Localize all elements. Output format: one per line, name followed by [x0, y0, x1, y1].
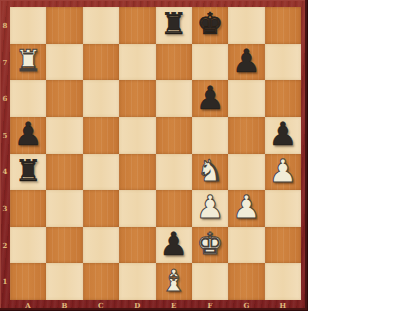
- file-label-a: A: [10, 300, 46, 311]
- white-rook-a7[interactable]: ♜: [15, 46, 42, 76]
- square-f7[interactable]: [192, 44, 228, 81]
- white-bishop-e1[interactable]: ♝: [160, 266, 187, 296]
- square-d5[interactable]: [119, 117, 155, 154]
- rank-label-7: 7: [0, 44, 10, 81]
- white-pawn-h4[interactable]: ♟: [268, 155, 297, 187]
- square-c3[interactable]: [83, 190, 119, 227]
- square-h1[interactable]: [265, 263, 301, 300]
- chessboard: ♜♚♜♟♟♟♟♜♞♟♟♟♟♚♝: [10, 7, 301, 300]
- rank-label-8: 8: [0, 7, 10, 44]
- black-rook-e8[interactable]: ♜: [160, 9, 187, 39]
- black-pawn-h5[interactable]: ♟: [268, 118, 297, 150]
- square-g8[interactable]: [228, 7, 264, 44]
- white-pawn-g3[interactable]: ♟: [232, 191, 261, 223]
- rank-label-4: 4: [0, 153, 10, 190]
- square-e8[interactable]: ♜: [156, 7, 192, 44]
- square-b1[interactable]: [46, 263, 82, 300]
- square-a1[interactable]: [10, 263, 46, 300]
- file-label-c: C: [83, 300, 119, 311]
- square-e3[interactable]: [156, 190, 192, 227]
- square-f1[interactable]: [192, 263, 228, 300]
- page: ♜♚♜♟♟♟♟♜♞♟♟♟♟♚♝ 87654321 ABCDEFGH: [0, 0, 414, 311]
- black-pawn-g7[interactable]: ♟: [232, 45, 261, 77]
- rank-label-6: 6: [0, 80, 10, 117]
- rank-label-2: 2: [0, 227, 10, 264]
- square-c8[interactable]: [83, 7, 119, 44]
- square-h2[interactable]: [265, 227, 301, 264]
- file-label-f: F: [192, 300, 228, 311]
- file-label-h: H: [265, 300, 301, 311]
- square-f2[interactable]: ♚: [192, 227, 228, 264]
- black-pawn-a5[interactable]: ♟: [14, 118, 43, 150]
- square-h7[interactable]: [265, 44, 301, 81]
- black-king-f8[interactable]: ♚: [197, 9, 224, 39]
- square-d3[interactable]: [119, 190, 155, 227]
- square-f3[interactable]: ♟: [192, 190, 228, 227]
- square-e1[interactable]: ♝: [156, 263, 192, 300]
- square-e6[interactable]: [156, 80, 192, 117]
- square-b4[interactable]: [46, 154, 82, 191]
- square-b7[interactable]: [46, 44, 82, 81]
- square-h3[interactable]: [265, 190, 301, 227]
- square-d7[interactable]: [119, 44, 155, 81]
- square-d6[interactable]: [119, 80, 155, 117]
- file-label-d: D: [119, 300, 155, 311]
- file-label-b: B: [46, 300, 82, 311]
- square-c4[interactable]: [83, 154, 119, 191]
- square-h4[interactable]: ♟: [265, 154, 301, 191]
- square-g3[interactable]: ♟: [228, 190, 264, 227]
- square-d8[interactable]: [119, 7, 155, 44]
- white-knight-f4[interactable]: ♞: [197, 156, 224, 186]
- square-a8[interactable]: [10, 7, 46, 44]
- square-d2[interactable]: [119, 227, 155, 264]
- square-b6[interactable]: [46, 80, 82, 117]
- square-a7[interactable]: ♜: [10, 44, 46, 81]
- square-g5[interactable]: [228, 117, 264, 154]
- square-e5[interactable]: [156, 117, 192, 154]
- square-h5[interactable]: ♟: [265, 117, 301, 154]
- square-a4[interactable]: ♜: [10, 154, 46, 191]
- chessboard-frame: ♜♚♜♟♟♟♟♜♞♟♟♟♟♚♝ 87654321 ABCDEFGH: [0, 0, 308, 311]
- file-label-g: G: [228, 300, 264, 311]
- square-b3[interactable]: [46, 190, 82, 227]
- square-c5[interactable]: [83, 117, 119, 154]
- rank-label-1: 1: [0, 263, 10, 300]
- square-g7[interactable]: ♟: [228, 44, 264, 81]
- square-f8[interactable]: ♚: [192, 7, 228, 44]
- square-e4[interactable]: [156, 154, 192, 191]
- square-e2[interactable]: ♟: [156, 227, 192, 264]
- file-label-e: E: [156, 300, 192, 311]
- square-g4[interactable]: [228, 154, 264, 191]
- square-f6[interactable]: ♟: [192, 80, 228, 117]
- square-c6[interactable]: [83, 80, 119, 117]
- square-g6[interactable]: [228, 80, 264, 117]
- square-d4[interactable]: [119, 154, 155, 191]
- square-g1[interactable]: [228, 263, 264, 300]
- square-f4[interactable]: ♞: [192, 154, 228, 191]
- square-a5[interactable]: ♟: [10, 117, 46, 154]
- square-b2[interactable]: [46, 227, 82, 264]
- square-h6[interactable]: [265, 80, 301, 117]
- square-h8[interactable]: [265, 7, 301, 44]
- rank-label-3: 3: [0, 190, 10, 227]
- black-pawn-f6[interactable]: ♟: [196, 82, 225, 114]
- square-g2[interactable]: [228, 227, 264, 264]
- square-f5[interactable]: [192, 117, 228, 154]
- square-b5[interactable]: [46, 117, 82, 154]
- square-c2[interactable]: [83, 227, 119, 264]
- square-a3[interactable]: [10, 190, 46, 227]
- square-a6[interactable]: [10, 80, 46, 117]
- square-a2[interactable]: [10, 227, 46, 264]
- rank-label-5: 5: [0, 117, 10, 154]
- square-b8[interactable]: [46, 7, 82, 44]
- square-d1[interactable]: [119, 263, 155, 300]
- square-c7[interactable]: [83, 44, 119, 81]
- square-e7[interactable]: [156, 44, 192, 81]
- square-c1[interactable]: [83, 263, 119, 300]
- black-rook-a4[interactable]: ♜: [15, 156, 42, 186]
- black-pawn-e2[interactable]: ♟: [159, 228, 188, 260]
- white-king-f2[interactable]: ♚: [197, 229, 224, 259]
- white-pawn-f3[interactable]: ♟: [196, 191, 225, 223]
